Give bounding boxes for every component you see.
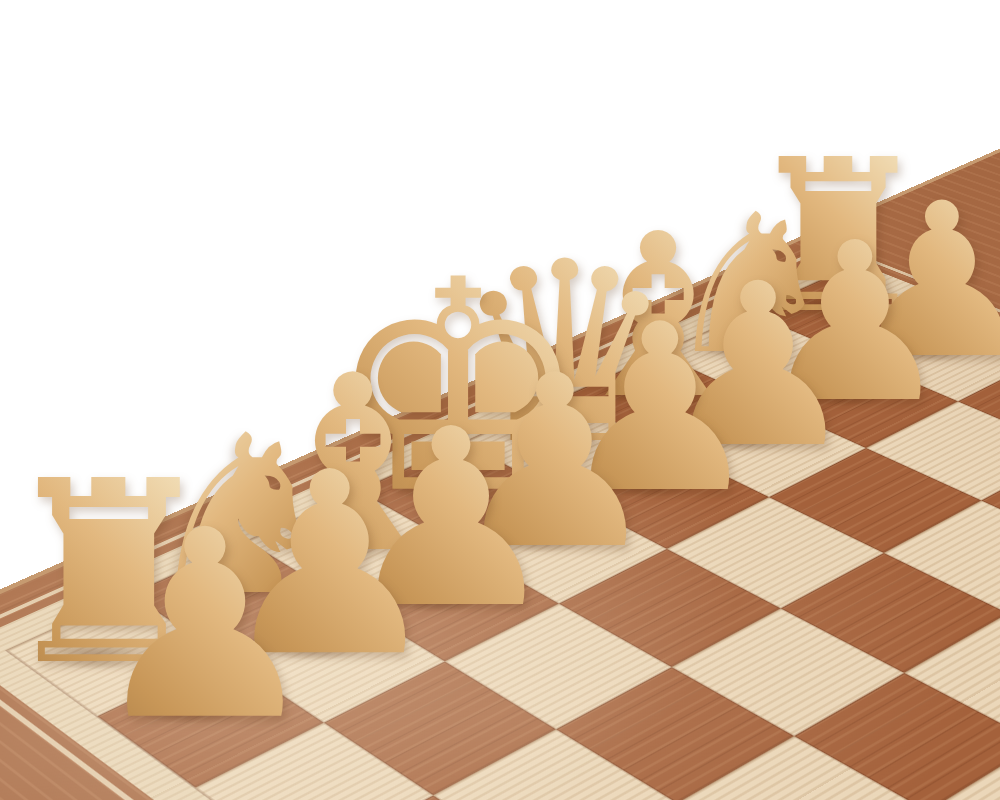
piece-white-pawn-h2[interactable]: ♟	[88, 496, 321, 756]
chess-photo-scene: ♟♟♟♟♟♟♟♟♜♞♝♛♚♝♞♜	[0, 0, 1000, 800]
pieces-layer: ♟♟♟♟♟♟♟♟♜♞♝♛♚♝♞♜	[0, 0, 1000, 800]
